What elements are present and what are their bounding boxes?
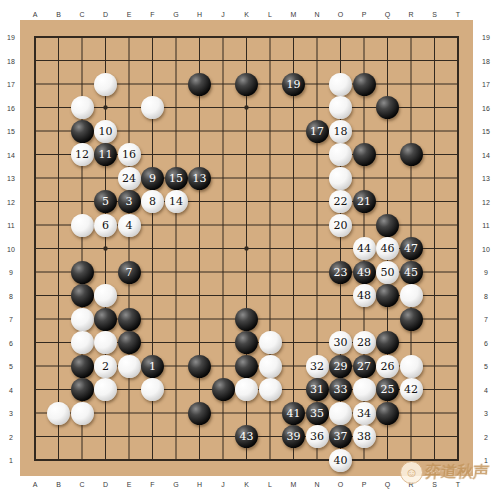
stone-white	[94, 331, 117, 354]
coord-label: Q	[385, 481, 390, 488]
move-number: 8	[149, 196, 156, 207]
go-board: 1910171812111624915135381422216420444647…	[20, 20, 473, 476]
stone-white-move-14: 14	[165, 190, 188, 213]
stone-black-move-27: 27	[353, 355, 376, 378]
move-number: 17	[310, 126, 324, 137]
move-number: 14	[169, 196, 183, 207]
coord-label: 2	[9, 433, 13, 440]
move-number: 49	[357, 267, 371, 278]
stone-black	[118, 331, 141, 354]
coord-label: 19	[482, 34, 490, 41]
coord-label: G	[173, 481, 178, 488]
coord-label: 3	[484, 410, 488, 417]
stone-black	[376, 331, 399, 354]
coord-label: G	[173, 11, 178, 18]
stone-black-move-9: 9	[141, 167, 164, 190]
move-number: 9	[149, 173, 156, 184]
move-number: 7	[126, 267, 133, 278]
move-number: 36	[310, 431, 324, 442]
coord-label: 18	[482, 57, 490, 64]
coord-label: 1	[9, 457, 13, 464]
coord-label: M	[291, 481, 297, 488]
coord-label: 17	[7, 81, 15, 88]
coord-label: 5	[484, 363, 488, 370]
stone-black-move-15: 15	[165, 167, 188, 190]
coord-label: 3	[9, 410, 13, 417]
stone-white	[329, 167, 352, 190]
stone-black	[400, 143, 423, 166]
move-number: 28	[357, 337, 371, 348]
coord-label: 4	[484, 386, 488, 393]
stone-black	[71, 378, 94, 401]
coord-label: 10	[482, 245, 490, 252]
move-number: 23	[334, 267, 348, 278]
stone-black-move-11: 11	[94, 143, 117, 166]
stone-black-move-31: 31	[306, 378, 329, 401]
stone-black-move-1: 1	[141, 355, 164, 378]
coord-label: 16	[7, 104, 15, 111]
coord-label: O	[338, 11, 343, 18]
stone-black-move-7: 7	[118, 261, 141, 284]
move-number: 34	[357, 408, 371, 419]
go-diagram: 1910171812111624915135381422216420444647…	[0, 0, 500, 500]
move-number: 27	[357, 361, 371, 372]
coord-label: 8	[484, 292, 488, 299]
stone-black	[400, 308, 423, 331]
stone-black-move-25: 25	[376, 378, 399, 401]
stone-black-move-43: 43	[235, 425, 258, 448]
move-number: 33	[334, 384, 348, 395]
stone-black	[71, 355, 94, 378]
coord-label: 14	[7, 151, 15, 158]
move-number: 19	[287, 79, 301, 90]
move-number: 24	[122, 173, 136, 184]
move-number: 40	[334, 455, 348, 466]
move-number: 37	[334, 431, 348, 442]
stone-white	[71, 402, 94, 425]
stone-black	[71, 284, 94, 307]
stone-black	[71, 261, 94, 284]
stone-white	[329, 402, 352, 425]
coord-label: 10	[7, 245, 15, 252]
move-number: 38	[357, 431, 371, 442]
coord-label: 7	[9, 316, 13, 323]
stone-white-move-22: 22	[329, 190, 352, 213]
move-number: 10	[99, 126, 113, 137]
move-number: 21	[357, 196, 371, 207]
coord-label: 9	[484, 269, 488, 276]
move-number: 29	[334, 361, 348, 372]
coord-label: 18	[7, 57, 15, 64]
move-number: 16	[122, 149, 136, 160]
coord-label: J	[221, 481, 225, 488]
coord-label: B	[56, 11, 61, 18]
coord-label: 6	[484, 339, 488, 346]
stone-white	[71, 214, 94, 237]
stone-white-move-6: 6	[94, 214, 117, 237]
coord-label: 7	[484, 316, 488, 323]
stone-white	[235, 378, 258, 401]
stone-black-move-47: 47	[400, 237, 423, 260]
stone-black	[235, 308, 258, 331]
stone-white	[329, 96, 352, 119]
stone-black	[188, 402, 211, 425]
stone-white-move-34: 34	[353, 402, 376, 425]
stone-black	[188, 355, 211, 378]
stone-black-move-13: 13	[188, 167, 211, 190]
coord-label: E	[127, 481, 132, 488]
coord-label: 2	[484, 433, 488, 440]
move-number: 1	[149, 361, 156, 372]
stone-black	[235, 355, 258, 378]
coord-label: 14	[482, 151, 490, 158]
move-number: 12	[75, 149, 89, 160]
move-number: 15	[169, 173, 183, 184]
stone-white-move-26: 26	[376, 355, 399, 378]
move-number: 48	[357, 290, 371, 301]
stone-white	[118, 355, 141, 378]
stone-white	[259, 378, 282, 401]
stone-black-move-49: 49	[353, 261, 376, 284]
stone-white-move-24: 24	[118, 167, 141, 190]
watermark-face-icon: ☺	[400, 461, 423, 484]
coord-label: L	[268, 481, 272, 488]
move-number: 35	[310, 408, 324, 419]
coord-label: E	[127, 11, 132, 18]
move-number: 26	[381, 361, 395, 372]
move-number: 3	[126, 196, 133, 207]
coord-label: N	[314, 481, 319, 488]
stone-black-move-45: 45	[400, 261, 423, 284]
move-number: 39	[287, 431, 301, 442]
stone-black	[376, 214, 399, 237]
move-number: 18	[334, 126, 348, 137]
stone-black-move-37: 37	[329, 425, 352, 448]
coord-label: 11	[482, 222, 489, 229]
stone-white	[259, 331, 282, 354]
move-number: 44	[357, 243, 371, 254]
stone-white-move-20: 20	[329, 214, 352, 237]
stone-white	[71, 96, 94, 119]
stone-white	[400, 355, 423, 378]
coord-label: S	[432, 11, 437, 18]
move-number: 6	[102, 220, 109, 231]
stone-black-move-21: 21	[353, 190, 376, 213]
stone-white-move-18: 18	[329, 120, 352, 143]
stone-white-move-32: 32	[306, 355, 329, 378]
stone-white-move-38: 38	[353, 425, 376, 448]
stone-white	[71, 308, 94, 331]
coord-label: R	[408, 11, 413, 18]
stone-white-move-42: 42	[400, 378, 423, 401]
coord-label: O	[338, 481, 343, 488]
stone-white-move-48: 48	[353, 284, 376, 307]
stone-white	[353, 378, 376, 401]
watermark: ☺ 弈道秋声	[400, 458, 489, 486]
stone-black-move-39: 39	[282, 425, 305, 448]
stone-white-move-2: 2	[94, 355, 117, 378]
coord-label: 8	[9, 292, 13, 299]
coord-label: D	[103, 11, 108, 18]
stone-white-move-4: 4	[118, 214, 141, 237]
coord-label: H	[197, 481, 202, 488]
stone-white	[47, 402, 70, 425]
stone-white	[71, 331, 94, 354]
stone-white-move-44: 44	[353, 237, 376, 260]
stone-white	[94, 378, 117, 401]
stone-black	[376, 402, 399, 425]
coord-label: N	[314, 11, 319, 18]
coord-label: 13	[482, 175, 490, 182]
stone-black-move-3: 3	[118, 190, 141, 213]
stone-black	[118, 308, 141, 331]
stone-white-move-28: 28	[353, 331, 376, 354]
move-number: 46	[381, 243, 395, 254]
coord-label: B	[56, 481, 61, 488]
stone-black	[188, 73, 211, 96]
coord-label: P	[362, 481, 367, 488]
stone-black	[94, 308, 117, 331]
stones-layer: 1910171812111624915135381422216420444647…	[20, 20, 473, 476]
stone-black	[212, 378, 235, 401]
coord-label: J	[221, 11, 225, 18]
stone-black-move-33: 33	[329, 378, 352, 401]
move-number: 2	[102, 361, 109, 372]
stone-black-move-41: 41	[282, 402, 305, 425]
stone-white-move-50: 50	[376, 261, 399, 284]
coord-label: Q	[385, 11, 390, 18]
watermark-text: 弈道秋声	[424, 462, 490, 483]
stone-white	[94, 284, 117, 307]
coord-label: 5	[9, 363, 13, 370]
coord-label: F	[150, 481, 154, 488]
stone-white-move-8: 8	[141, 190, 164, 213]
coord-label: 11	[7, 222, 14, 229]
stone-white	[400, 284, 423, 307]
stone-black-move-35: 35	[306, 402, 329, 425]
stone-black-move-17: 17	[306, 120, 329, 143]
coord-label: 19	[7, 34, 15, 41]
coord-label: 15	[7, 128, 15, 135]
coord-label: C	[79, 11, 84, 18]
stone-black-move-23: 23	[329, 261, 352, 284]
coord-label: K	[244, 481, 249, 488]
stone-black	[235, 73, 258, 96]
move-number: 31	[310, 384, 324, 395]
coord-label: L	[268, 11, 272, 18]
move-number: 42	[404, 384, 418, 395]
move-number: 22	[334, 196, 348, 207]
move-number: 11	[99, 149, 113, 160]
coord-label: 4	[9, 386, 13, 393]
coord-label: K	[244, 11, 249, 18]
coord-label: H	[197, 11, 202, 18]
stone-black	[376, 284, 399, 307]
stone-white-move-46: 46	[376, 237, 399, 260]
coord-label: A	[33, 11, 38, 18]
stone-white	[141, 378, 164, 401]
stone-black	[71, 120, 94, 143]
coord-label: C	[79, 481, 84, 488]
stone-white-move-16: 16	[118, 143, 141, 166]
coord-label: D	[103, 481, 108, 488]
stone-white-move-10: 10	[94, 120, 117, 143]
stone-white	[329, 143, 352, 166]
stone-black	[353, 143, 376, 166]
move-number: 13	[193, 173, 207, 184]
coord-label: 15	[482, 128, 490, 135]
coord-label: 17	[482, 81, 490, 88]
coord-label: 12	[482, 198, 490, 205]
move-number: 45	[404, 267, 418, 278]
coord-label: 16	[482, 104, 490, 111]
stone-white-move-30: 30	[329, 331, 352, 354]
move-number: 32	[310, 361, 324, 372]
coord-label: 9	[9, 269, 13, 276]
stone-white-move-40: 40	[329, 449, 352, 472]
move-number: 47	[404, 243, 418, 254]
stone-white-move-36: 36	[306, 425, 329, 448]
move-number: 41	[287, 408, 301, 419]
stone-black	[235, 331, 258, 354]
move-number: 43	[240, 431, 254, 442]
coord-label: 13	[7, 175, 15, 182]
move-number: 20	[334, 220, 348, 231]
coord-label: 6	[9, 339, 13, 346]
stone-white-move-12: 12	[71, 143, 94, 166]
stone-black-move-29: 29	[329, 355, 352, 378]
coord-label: A	[33, 481, 38, 488]
stone-black	[353, 73, 376, 96]
coord-label: M	[291, 11, 297, 18]
stone-white	[141, 96, 164, 119]
stone-white	[329, 73, 352, 96]
move-number: 4	[126, 220, 133, 231]
coord-label: P	[362, 11, 367, 18]
stone-black-move-19: 19	[282, 73, 305, 96]
coord-label: 12	[7, 198, 15, 205]
move-number: 25	[381, 384, 395, 395]
move-number: 30	[334, 337, 348, 348]
stone-black-move-5: 5	[94, 190, 117, 213]
stone-white	[259, 355, 282, 378]
coord-label: T	[456, 11, 460, 18]
stone-black	[376, 96, 399, 119]
move-number: 5	[102, 196, 109, 207]
stone-white	[94, 73, 117, 96]
move-number: 50	[381, 267, 395, 278]
coord-label: F	[150, 11, 154, 18]
